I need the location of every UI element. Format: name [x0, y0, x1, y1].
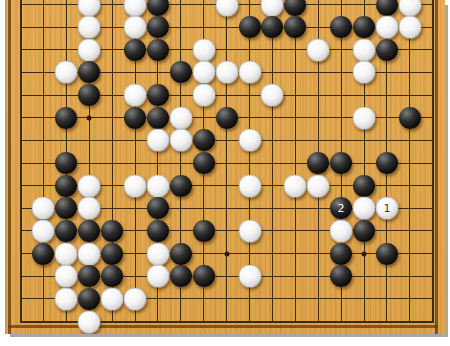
stone-black: [78, 265, 100, 287]
stone-black: [101, 265, 123, 287]
stone-black: [170, 175, 192, 197]
stone-black: [399, 107, 421, 129]
stone-black: [376, 0, 398, 16]
stone-white: [398, 16, 421, 39]
stone-white: [261, 84, 284, 107]
stone-black: [101, 220, 123, 242]
stone-white: [124, 174, 147, 197]
stone-white: [55, 242, 78, 265]
stone-white: [146, 129, 169, 152]
stone-black: [193, 129, 215, 151]
stone-black: [55, 197, 77, 219]
stone-white: [353, 197, 376, 220]
stone-black: [376, 152, 398, 174]
stone-black: [147, 220, 169, 242]
star-point: [362, 251, 367, 256]
stone-black: [307, 152, 329, 174]
board-frame-right: [435, 0, 438, 334]
grid-hline: [20, 140, 434, 141]
screenshot: 21: [0, 0, 450, 346]
stone-black: [284, 0, 306, 16]
stone-black: [78, 220, 100, 242]
move-1-stone: 1: [375, 197, 398, 220]
stone-white: [124, 0, 147, 16]
stone-black: [353, 16, 375, 38]
stone-white: [146, 242, 169, 265]
stone-black: [170, 61, 192, 83]
stone-white: [78, 242, 101, 265]
stone-black: [170, 243, 192, 265]
stone-white: [78, 174, 101, 197]
go-board[interactable]: 21: [5, 0, 445, 334]
stone-white: [353, 38, 376, 61]
stone-black: [78, 288, 100, 310]
stone-white: [192, 38, 215, 61]
stone-black: [124, 107, 146, 129]
stone-black: [147, 84, 169, 106]
stone-white: [307, 38, 330, 61]
stone-black: [261, 16, 283, 38]
stone-white: [124, 16, 147, 39]
stone-white: [169, 129, 192, 152]
stone-black: [376, 243, 398, 265]
stone-black: [32, 243, 54, 265]
stone-white: [261, 0, 284, 16]
stone-white: [146, 265, 169, 288]
stone-white: [32, 219, 55, 242]
stone-white: [238, 265, 261, 288]
stone-white: [215, 61, 238, 84]
stone-black: [124, 39, 146, 61]
stone-white: [78, 38, 101, 61]
stone-white: [307, 174, 330, 197]
stone-white: [146, 174, 169, 197]
stone-white: [78, 310, 101, 333]
stone-black: [147, 0, 169, 16]
move-label-2: 2: [338, 203, 345, 214]
board-frame-left: [8, 0, 11, 334]
stone-black: [55, 107, 77, 129]
stone-black: [147, 39, 169, 61]
stone-white: [398, 0, 421, 16]
move-label-1: 1: [383, 203, 390, 214]
stone-white: [78, 0, 101, 16]
stone-black: [330, 16, 352, 38]
stone-white: [78, 197, 101, 220]
stone-black: [353, 175, 375, 197]
stone-white: [375, 16, 398, 39]
stone-white: [124, 84, 147, 107]
stone-black: [193, 220, 215, 242]
stone-black: [101, 243, 123, 265]
stone-white: [55, 61, 78, 84]
stone-black: [170, 265, 192, 287]
stone-black: [193, 265, 215, 287]
stone-white: [353, 61, 376, 84]
stone-black: [239, 16, 261, 38]
stone-white: [32, 197, 55, 220]
stone-black: [216, 107, 238, 129]
stone-white: [55, 287, 78, 310]
stone-white: [353, 106, 376, 129]
stone-black: [55, 175, 77, 197]
stone-white: [101, 287, 124, 310]
star-point: [224, 251, 229, 256]
stone-white: [238, 174, 261, 197]
stone-black: [147, 16, 169, 38]
stone-white: [330, 219, 353, 242]
stone-black: [193, 152, 215, 174]
stone-black: [55, 152, 77, 174]
star-point: [87, 115, 92, 120]
stone-white: [215, 0, 238, 16]
stone-black: [376, 39, 398, 61]
move-2-stone: 2: [330, 197, 352, 219]
stone-white: [124, 287, 147, 310]
stone-white: [238, 129, 261, 152]
stone-white: [78, 16, 101, 39]
stone-white: [192, 61, 215, 84]
stone-black: [330, 265, 352, 287]
stone-black: [330, 152, 352, 174]
stone-white: [192, 84, 215, 107]
stone-black: [78, 84, 100, 106]
stone-black: [330, 243, 352, 265]
stone-white: [284, 174, 307, 197]
stone-black: [284, 16, 306, 38]
stone-white: [238, 219, 261, 242]
stone-black: [78, 61, 100, 83]
stone-white: [55, 265, 78, 288]
stone-black: [353, 220, 375, 242]
stone-black: [147, 197, 169, 219]
board-frame-bottom: [8, 325, 438, 328]
grid-hline: [20, 163, 434, 164]
stone-white: [169, 106, 192, 129]
stone-white: [238, 61, 261, 84]
stone-black: [147, 107, 169, 129]
stone-black: [55, 220, 77, 242]
